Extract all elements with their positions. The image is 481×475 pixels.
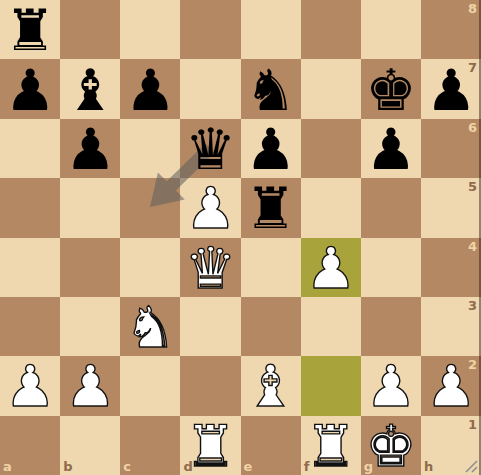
square-f7[interactable] <box>301 59 361 118</box>
black-pawn[interactable]: ♟ <box>125 62 176 119</box>
rank-label-5: 5 <box>468 180 477 193</box>
square-d8[interactable] <box>180 0 240 59</box>
file-label-g: g <box>364 460 373 473</box>
file-label-b: b <box>63 460 72 473</box>
square-a8[interactable]: ♜ <box>0 0 60 59</box>
white-rook[interactable]: ♜ <box>305 418 356 475</box>
white-pawn[interactable]: ♟ <box>305 240 356 297</box>
square-h7[interactable]: 7♟ <box>421 59 481 118</box>
square-b5[interactable] <box>60 178 120 237</box>
square-c5[interactable] <box>120 178 180 237</box>
square-a3[interactable] <box>0 297 60 356</box>
rank-label-2: 2 <box>468 358 477 371</box>
square-g3[interactable] <box>361 297 421 356</box>
square-d4[interactable]: ♛ <box>180 238 240 297</box>
black-pawn[interactable]: ♟ <box>245 121 296 178</box>
file-label-h: h <box>424 460 433 473</box>
black-pawn[interactable]: ♟ <box>5 62 56 119</box>
file-label-f: f <box>304 460 310 473</box>
square-e7[interactable]: ♞ <box>241 59 301 118</box>
black-pawn[interactable]: ♟ <box>65 121 116 178</box>
square-f3[interactable] <box>301 297 361 356</box>
square-c4[interactable] <box>120 238 180 297</box>
square-g5[interactable] <box>361 178 421 237</box>
rank-label-4: 4 <box>468 240 477 253</box>
square-f6[interactable] <box>301 119 361 178</box>
square-c1[interactable]: c <box>120 416 180 475</box>
square-h8[interactable]: 8 <box>421 0 481 59</box>
square-f5[interactable] <box>301 178 361 237</box>
square-e1[interactable]: e <box>241 416 301 475</box>
square-b1[interactable]: b <box>60 416 120 475</box>
square-h6[interactable]: 6 <box>421 119 481 178</box>
white-queen[interactable]: ♛ <box>185 240 236 297</box>
black-rook[interactable]: ♜ <box>245 180 296 237</box>
square-e4[interactable] <box>241 238 301 297</box>
square-b3[interactable] <box>60 297 120 356</box>
square-c8[interactable] <box>120 0 180 59</box>
square-g8[interactable] <box>361 0 421 59</box>
square-h2[interactable]: 2♟ <box>421 356 481 415</box>
white-knight[interactable]: ♞ <box>125 299 176 356</box>
square-a1[interactable]: a <box>0 416 60 475</box>
square-f1[interactable]: f♜ <box>301 416 361 475</box>
square-g6[interactable]: ♟ <box>361 119 421 178</box>
square-f8[interactable] <box>301 0 361 59</box>
square-d6[interactable]: ♛ <box>180 119 240 178</box>
square-b6[interactable]: ♟ <box>60 119 120 178</box>
square-b4[interactable] <box>60 238 120 297</box>
file-label-c: c <box>123 460 131 473</box>
square-a6[interactable] <box>0 119 60 178</box>
square-a4[interactable] <box>0 238 60 297</box>
square-h5[interactable]: 5 <box>421 178 481 237</box>
square-a5[interactable] <box>0 178 60 237</box>
square-h4[interactable]: 4 <box>421 238 481 297</box>
rank-label-1: 1 <box>468 418 477 431</box>
square-f4[interactable]: ♟ <box>301 238 361 297</box>
black-queen[interactable]: ♛ <box>185 121 236 178</box>
square-b8[interactable] <box>60 0 120 59</box>
square-e6[interactable]: ♟ <box>241 119 301 178</box>
rank-label-3: 3 <box>468 299 477 312</box>
black-king[interactable]: ♚ <box>365 62 416 119</box>
square-c7[interactable]: ♟ <box>120 59 180 118</box>
square-e2[interactable]: ♝ <box>241 356 301 415</box>
resize-grip-icon[interactable] <box>462 457 478 473</box>
square-e3[interactable] <box>241 297 301 356</box>
square-b7[interactable]: ♝ <box>60 59 120 118</box>
square-f2[interactable] <box>301 356 361 415</box>
square-g2[interactable]: ♟ <box>361 356 421 415</box>
white-pawn[interactable]: ♟ <box>65 358 116 415</box>
square-g7[interactable]: ♚ <box>361 59 421 118</box>
square-d1[interactable]: d♜ <box>180 416 240 475</box>
rank-label-8: 8 <box>468 2 477 15</box>
rank-label-7: 7 <box>468 61 477 74</box>
rank-label-6: 6 <box>468 121 477 134</box>
square-c3[interactable]: ♞ <box>120 297 180 356</box>
black-pawn[interactable]: ♟ <box>365 121 416 178</box>
square-c6[interactable] <box>120 119 180 178</box>
square-g4[interactable] <box>361 238 421 297</box>
file-label-d: d <box>183 460 192 473</box>
square-a2[interactable]: ♟ <box>0 356 60 415</box>
square-d3[interactable] <box>180 297 240 356</box>
square-d7[interactable] <box>180 59 240 118</box>
square-g1[interactable]: g♚ <box>361 416 421 475</box>
square-b2[interactable]: ♟ <box>60 356 120 415</box>
file-label-a: a <box>3 460 12 473</box>
white-bishop[interactable]: ♝ <box>245 358 296 415</box>
square-d5[interactable]: ♟ <box>180 178 240 237</box>
white-pawn[interactable]: ♟ <box>185 180 236 237</box>
file-label-e: e <box>244 460 253 473</box>
square-c2[interactable] <box>120 356 180 415</box>
square-d2[interactable] <box>180 356 240 415</box>
square-e5[interactable]: ♜ <box>241 178 301 237</box>
white-pawn[interactable]: ♟ <box>365 358 416 415</box>
square-a7[interactable]: ♟ <box>0 59 60 118</box>
black-bishop[interactable]: ♝ <box>65 62 116 119</box>
square-e8[interactable] <box>241 0 301 59</box>
black-rook[interactable]: ♜ <box>5 2 56 59</box>
white-pawn[interactable]: ♟ <box>5 358 56 415</box>
square-h3[interactable]: 3 <box>421 297 481 356</box>
chess-board: ♜8♟♝♟♞♚7♟♟♛♟♟6♟♜5♛♟4♞3♟♟♝♟2♟abcd♜ef♜g♚1h <box>0 0 481 475</box>
black-knight[interactable]: ♞ <box>245 62 296 119</box>
